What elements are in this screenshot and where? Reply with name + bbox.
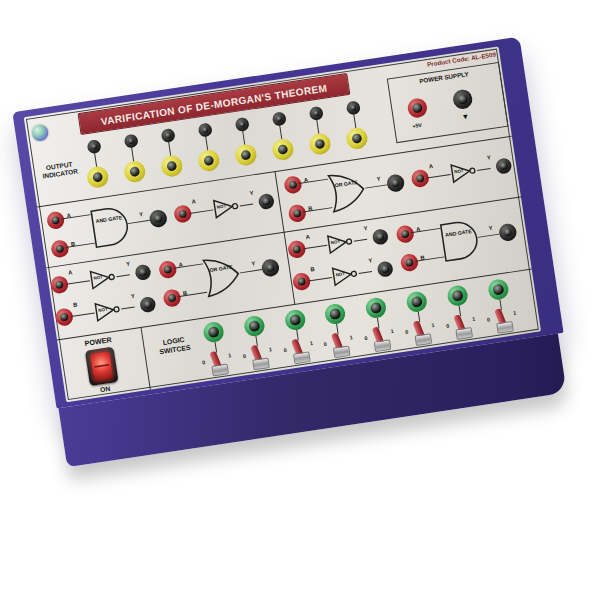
input-B-socket[interactable] [50, 239, 70, 259]
wire [168, 141, 171, 156]
divider-line [141, 327, 151, 390]
wire [477, 234, 499, 238]
wire [71, 313, 95, 318]
output-label: Y [368, 258, 373, 264]
plus5v-socket[interactable] [406, 97, 428, 119]
wire [131, 147, 134, 162]
switch-0-label: 0 [283, 347, 287, 353]
toggle-nut [455, 327, 473, 340]
input-A-socket[interactable] [46, 211, 66, 231]
wire [121, 307, 134, 310]
input-label: B [310, 266, 315, 272]
switch-output-socket[interactable] [446, 284, 469, 307]
input-label: B [73, 302, 78, 308]
wire [94, 152, 97, 167]
input-label: A [305, 234, 310, 240]
switch-0-label: 0 [202, 359, 206, 365]
switch-0-label: 0 [323, 341, 327, 347]
photo-background: VARIFICATION OF DE-MORGAN'S THEOREM Prod… [0, 0, 600, 600]
switch-1-label: 1 [431, 322, 435, 328]
hologram-logo-sticker [31, 124, 50, 143]
indicator-yellow-socket[interactable] [86, 165, 110, 189]
wire [359, 271, 372, 274]
switch-1-label: 1 [269, 346, 273, 352]
toggle-nut [211, 364, 229, 377]
output-Y-socket[interactable] [386, 173, 406, 193]
output-Y-socket[interactable] [134, 264, 151, 281]
output-indicator-label: OUTPUT INDICATOR [36, 159, 84, 181]
and-gate-icon [437, 217, 481, 264]
output-label: Y [249, 190, 254, 196]
input-A-socket[interactable] [395, 224, 415, 244]
toggle-switch[interactable] [453, 313, 471, 338]
output-label: Y [126, 261, 131, 267]
wire [240, 203, 253, 206]
switch-0-label: 0 [487, 317, 491, 323]
wire [316, 119, 319, 134]
wire [116, 274, 129, 277]
rocker-ridge [94, 364, 109, 368]
plus5v-label: +5V [412, 122, 422, 129]
wire [279, 125, 282, 140]
power-supply-section: POWER SUPPLY +5V ▼ [387, 62, 509, 143]
wire [242, 130, 245, 145]
wire [205, 136, 208, 151]
output-Y-socket[interactable] [372, 228, 389, 245]
switch-output-socket[interactable] [364, 296, 387, 319]
not-gate-group: ANOTY [410, 151, 515, 193]
input-B-socket[interactable] [287, 204, 307, 224]
indicator-yellow-socket[interactable] [345, 126, 369, 150]
toggle-switch[interactable] [494, 307, 512, 332]
switch-1-label: 1 [513, 310, 517, 316]
and-gate-icon [88, 203, 132, 250]
output-label: Y [488, 225, 493, 231]
input-B-socket[interactable] [400, 253, 420, 273]
toggle-nut [333, 345, 351, 358]
or-gate-icon [325, 168, 369, 215]
output-label: Y [363, 225, 368, 231]
output-Y-socket[interactable] [495, 157, 512, 174]
logic-switches-label: LOGIC SWITCES [147, 334, 203, 358]
wire [308, 277, 332, 282]
wire [353, 114, 356, 129]
indicator-yellow-socket[interactable] [197, 149, 221, 173]
toggle-switch[interactable] [209, 350, 227, 375]
wire [427, 174, 451, 179]
indicator-yellow-socket[interactable] [308, 132, 332, 156]
input-A-socket[interactable] [283, 175, 303, 195]
wire [66, 280, 90, 285]
toggle-nut [415, 333, 433, 346]
toggle-switch[interactable] [331, 331, 349, 356]
output-Y-socket[interactable] [498, 223, 518, 243]
output-Y-socket[interactable] [148, 209, 168, 229]
switch-0-label: 0 [405, 329, 409, 335]
switch-0-label: 0 [364, 335, 368, 341]
output-label: Y [487, 154, 492, 160]
wire [303, 245, 327, 250]
rocker-red-button [90, 351, 113, 381]
wire [477, 168, 490, 171]
toggle-nut [496, 321, 514, 334]
input-label: A [429, 163, 434, 169]
input-label: A [191, 198, 196, 204]
toggle-switch[interactable] [291, 337, 309, 362]
indicator-yellow-socket[interactable] [123, 160, 147, 184]
input-label: A [68, 269, 73, 275]
output-label: Y [139, 211, 144, 217]
output-label: Y [131, 293, 136, 299]
switch-1-label: 1 [390, 328, 394, 334]
switch-output-socket[interactable] [487, 278, 510, 301]
ground-socket[interactable] [452, 88, 474, 110]
toggle-switch[interactable] [250, 343, 268, 368]
switch-output-socket[interactable] [243, 315, 266, 338]
indicator-yellow-socket[interactable] [271, 137, 295, 161]
switch-1-label: 1 [472, 316, 476, 322]
switch-0-label: 0 [446, 323, 450, 329]
switch-output-socket[interactable] [284, 308, 307, 331]
wire [128, 220, 150, 224]
indicator-yellow-socket[interactable] [234, 143, 258, 167]
wire [189, 209, 213, 214]
power-rocker-switch[interactable] [85, 347, 119, 386]
not-gate-group: ANOTY [172, 187, 277, 229]
toggle-switch[interactable] [372, 325, 390, 350]
wire [354, 239, 367, 242]
and2-gate-group: ABAND GATEY [395, 205, 524, 276]
wire [240, 269, 262, 273]
switch-1-label: 1 [228, 352, 232, 358]
toggle-nut [374, 339, 392, 352]
output-label: Y [376, 176, 381, 182]
switch-output-socket[interactable] [405, 290, 428, 313]
indicator-yellow-socket[interactable] [160, 154, 184, 178]
ground-arrow-icon: ▼ [461, 113, 470, 122]
switch-output-socket[interactable] [324, 303, 347, 326]
output-Y-socket[interactable] [258, 193, 275, 210]
or-gate-icon [200, 252, 244, 299]
or2-gate-group: ABOR GATEY [157, 240, 286, 311]
output-label: Y [251, 260, 256, 266]
output-Y-socket[interactable] [139, 296, 156, 313]
input-B-socket[interactable] [162, 288, 182, 308]
switch-1-label: 1 [349, 334, 353, 340]
logic-trainer-kit: VARIFICATION OF DE-MORGAN'S THEOREM Prod… [12, 37, 572, 468]
wire [365, 184, 387, 188]
toggle-nut [293, 351, 311, 364]
toggle-switch[interactable] [412, 319, 430, 344]
switch-output-socket[interactable] [202, 321, 225, 344]
switch-1-label: 1 [309, 340, 313, 346]
switch-0-label: 0 [242, 353, 246, 359]
input-A-socket[interactable] [158, 260, 178, 280]
toggle-nut [252, 357, 270, 370]
output-Y-socket[interactable] [376, 260, 393, 277]
output-Y-socket[interactable] [261, 258, 281, 278]
